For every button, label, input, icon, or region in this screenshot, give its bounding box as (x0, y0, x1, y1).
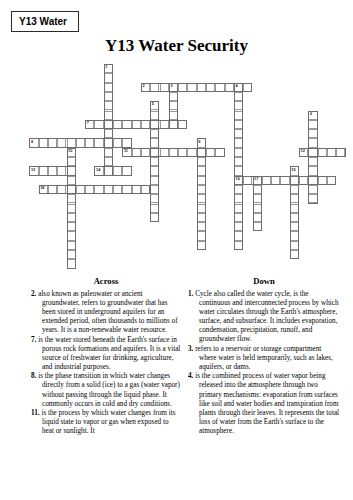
grid-cell[interactable] (104, 73, 113, 82)
cell-number: 15 (291, 168, 295, 172)
grid-cell[interactable] (225, 83, 234, 92)
grid-cell[interactable] (104, 111, 113, 120)
grid-cell[interactable] (150, 138, 159, 147)
grid-cell[interactable] (197, 83, 206, 92)
clue-number: 11. (31, 409, 40, 417)
clue-number: 2. (31, 290, 36, 298)
grid-cell[interactable]: 4 (234, 83, 243, 92)
grid-cell[interactable] (104, 83, 113, 92)
grid-cell[interactable] (308, 148, 317, 157)
grid-cell[interactable] (197, 241, 206, 250)
grid-cell[interactable] (290, 176, 299, 185)
grid-cell[interactable] (197, 166, 206, 175)
down-header: Down (188, 276, 340, 287)
grid-cell[interactable] (104, 157, 113, 166)
grid-cell[interactable] (197, 204, 206, 213)
grid-cell[interactable] (150, 166, 159, 175)
cell-number: 12 (301, 149, 305, 153)
grid-cell[interactable] (178, 120, 187, 129)
grid-cell[interactable] (290, 185, 299, 194)
grid-cell[interactable] (197, 222, 206, 231)
grid-cell[interactable] (234, 231, 243, 240)
grid-cell[interactable] (308, 185, 317, 194)
grid-cell[interactable] (150, 83, 159, 92)
grid-cell[interactable] (122, 185, 131, 194)
grid-cell[interactable] (85, 138, 94, 147)
grid-cell[interactable]: 9 (197, 138, 206, 147)
grid-cell[interactable] (67, 194, 76, 203)
grid-cell[interactable] (150, 204, 159, 213)
grid-cell[interactable] (169, 148, 178, 157)
grid-cell[interactable] (243, 176, 252, 185)
cell-number: 3 (170, 84, 172, 88)
cell-number: 4 (235, 84, 237, 88)
grid-cell[interactable] (234, 166, 243, 175)
grid-cell[interactable] (290, 241, 299, 250)
grid-cell[interactable] (197, 231, 206, 240)
grid-cell[interactable] (150, 213, 159, 222)
grid-cell[interactable]: 18 (39, 185, 48, 194)
grid-cell[interactable] (67, 185, 76, 194)
grid-cell[interactable] (122, 138, 131, 147)
grid-cell[interactable] (234, 111, 243, 120)
grid-cell[interactable] (67, 176, 76, 185)
grid-cell[interactable] (104, 92, 113, 101)
grid-cell[interactable] (141, 185, 150, 194)
grid-cell[interactable]: 3 (169, 83, 178, 92)
grid-cell[interactable] (308, 166, 317, 175)
grid-cell[interactable] (132, 185, 141, 194)
grid-cell[interactable] (132, 120, 141, 129)
grid-cell[interactable] (67, 241, 76, 250)
grid-cell[interactable] (67, 250, 76, 259)
grid-cell[interactable] (308, 176, 317, 185)
page-title: Y13 Water Security (0, 36, 353, 56)
grid-cell[interactable] (243, 83, 252, 92)
grid-cell[interactable]: 14 (94, 166, 103, 175)
grid-cell[interactable] (299, 176, 308, 185)
grid-cell[interactable] (39, 138, 48, 147)
across-clues-column: Across 2. also known as paleowater or an… (31, 276, 181, 437)
grid-cell[interactable] (48, 185, 57, 194)
worksheet-tab: Y13 Water (11, 11, 79, 32)
grid-cell[interactable] (169, 101, 178, 110)
grid-cell[interactable] (67, 157, 76, 166)
grid-cell[interactable] (104, 148, 113, 157)
clue-number: 4. (188, 372, 193, 380)
clue-number: 7. (31, 336, 36, 344)
grid-cell[interactable]: 7 (85, 120, 94, 129)
grid-cell[interactable] (327, 148, 336, 157)
grid-cell[interactable] (104, 185, 113, 194)
grid-cell[interactable] (253, 194, 262, 203)
cell-number: 5 (152, 102, 154, 106)
grid-cell[interactable] (39, 166, 48, 175)
cell-number: 10 (68, 149, 72, 153)
clue-item: 8. is the phase transition in which wate… (31, 372, 181, 408)
grid-cell[interactable] (76, 138, 85, 147)
grid-cell[interactable] (150, 194, 159, 203)
grid-cell[interactable] (234, 213, 243, 222)
grid-cell[interactable] (253, 222, 262, 231)
grid-cell[interactable] (318, 148, 327, 157)
cell-number: 9 (198, 140, 200, 144)
grid-cell[interactable] (150, 157, 159, 166)
grid-cell[interactable]: 17 (253, 176, 262, 185)
grid-cell[interactable] (197, 194, 206, 203)
grid-cell[interactable] (169, 120, 178, 129)
grid-cell[interactable] (215, 83, 224, 92)
grid-cell[interactable] (197, 213, 206, 222)
grid-cell[interactable] (104, 166, 113, 175)
grid-cell[interactable] (197, 185, 206, 194)
clue-item: 11. is the process by which water change… (31, 409, 181, 436)
grid-cell[interactable] (327, 176, 336, 185)
grid-cell[interactable] (67, 166, 76, 175)
grid-cell[interactable] (94, 138, 103, 147)
grid-cell[interactable] (234, 101, 243, 110)
grid-cell[interactable] (104, 101, 113, 110)
clue-item: 4. is the combined process of water vapo… (188, 372, 340, 435)
grid-cell[interactable] (234, 204, 243, 213)
across-header: Across (31, 276, 181, 287)
grid-cell[interactable] (290, 231, 299, 240)
grid-cell[interactable] (76, 185, 85, 194)
grid-cell[interactable] (290, 213, 299, 222)
grid-cell[interactable] (234, 194, 243, 203)
grid-cell[interactable] (94, 120, 103, 129)
cell-number: 6 (310, 112, 312, 116)
grid-cell[interactable] (215, 148, 224, 157)
grid-cell[interactable] (94, 185, 103, 194)
cell-number: 8 (31, 140, 33, 144)
grid-cell[interactable] (206, 83, 215, 92)
grid-cell[interactable] (262, 176, 271, 185)
grid-cell[interactable] (187, 148, 196, 157)
grid-cell[interactable] (178, 148, 187, 157)
grid-cell[interactable] (104, 138, 113, 147)
grid-cell[interactable]: 6 (308, 111, 317, 120)
grid-cell[interactable] (67, 231, 76, 240)
grid-cell[interactable] (234, 241, 243, 250)
grid-cell[interactable] (113, 166, 122, 175)
grid-cell[interactable] (234, 185, 243, 194)
grid-cell[interactable] (234, 138, 243, 147)
grid-cell[interactable] (234, 148, 243, 157)
grid-cell[interactable] (150, 120, 159, 129)
grid-cell[interactable] (290, 204, 299, 213)
clue-number: 1. (188, 290, 193, 298)
clue-number: 8. (31, 372, 36, 380)
grid-cell[interactable]: 12 (299, 148, 308, 157)
grid-cell[interactable] (150, 176, 159, 185)
grid-cell[interactable] (169, 92, 178, 101)
grid-cell[interactable] (67, 259, 76, 268)
grid-cell[interactable] (336, 148, 345, 157)
grid-cell[interactable] (253, 204, 262, 213)
grid-cell[interactable]: 2 (141, 83, 150, 92)
grid-cell[interactable] (234, 129, 243, 138)
grid-cell[interactable] (290, 222, 299, 231)
grid-cell[interactable] (169, 111, 178, 120)
clue-item: 2. also known as paleowater or ancient g… (31, 290, 181, 335)
grid-cell[interactable] (290, 194, 299, 203)
grid-cell[interactable] (197, 176, 206, 185)
grid-cell[interactable] (234, 157, 243, 166)
grid-cell[interactable] (150, 185, 159, 194)
grid-cell[interactable] (141, 120, 150, 129)
grid-cell[interactable] (48, 166, 57, 175)
cell-number: 17 (254, 177, 258, 181)
grid-cell[interactable]: 8 (29, 138, 38, 147)
grid-cell[interactable] (308, 120, 317, 129)
grid-cell[interactable] (113, 185, 122, 194)
grid-cell[interactable] (67, 204, 76, 213)
grid-cell[interactable] (160, 120, 169, 129)
grid-cell[interactable] (57, 166, 66, 175)
cell-number: 1 (105, 65, 107, 69)
grid-cell[interactable] (308, 194, 317, 203)
cell-number: 7 (87, 121, 89, 125)
grid-cell[interactable] (234, 92, 243, 101)
grid-cell[interactable] (253, 213, 262, 222)
grid-cell[interactable] (122, 120, 131, 129)
grid-cell[interactable]: 10 (67, 148, 76, 157)
grid-cell[interactable] (132, 148, 141, 157)
grid-cell[interactable]: 5 (150, 101, 159, 110)
grid-cell[interactable] (104, 120, 113, 129)
grid-cell[interactable] (150, 148, 159, 157)
grid-cell[interactable] (308, 157, 317, 166)
grid-cell[interactable] (234, 222, 243, 231)
grid-cell[interactable] (57, 185, 66, 194)
grid-cell[interactable] (67, 222, 76, 231)
grid-cell[interactable] (48, 138, 57, 147)
grid-cell[interactable] (160, 148, 169, 157)
clue-number: 3. (188, 345, 193, 353)
grid-cell[interactable] (308, 138, 317, 147)
down-clue-list: 1. Cycle also called the water cycle, is… (188, 290, 340, 436)
cell-number: 11 (124, 149, 128, 153)
grid-cell[interactable] (150, 111, 159, 120)
cell-number: 18 (40, 186, 44, 190)
grid-cell[interactable] (253, 185, 262, 194)
grid-cell[interactable] (271, 176, 280, 185)
grid-cell[interactable] (150, 129, 159, 138)
tab-label: Y13 Water (19, 16, 67, 27)
grid-cell[interactable] (234, 120, 243, 129)
cell-number: 16 (235, 177, 239, 181)
grid-cell[interactable] (113, 120, 122, 129)
grid-cell[interactable] (160, 83, 169, 92)
grid-cell[interactable] (113, 138, 122, 147)
grid-cell[interactable] (178, 83, 187, 92)
grid-cell[interactable]: 11 (122, 148, 131, 157)
grid-cell[interactable] (197, 148, 206, 157)
cell-number: 2 (142, 84, 144, 88)
grid-cell[interactable] (122, 166, 131, 175)
grid-cell[interactable] (318, 176, 327, 185)
grid-cell[interactable] (67, 138, 76, 147)
grid-cell[interactable] (57, 138, 66, 147)
cell-number: 14 (96, 168, 100, 172)
grid-cell[interactable] (187, 83, 196, 92)
clue-item: 7. is the water stored beneath the Earth… (31, 336, 181, 372)
grid-cell[interactable]: 1 (104, 64, 113, 73)
grid-cell[interactable]: 15 (290, 166, 299, 175)
grid-cell[interactable] (197, 157, 206, 166)
grid-cell[interactable] (141, 148, 150, 157)
down-clues-column: Down 1. Cycle also called the water cycl… (188, 276, 340, 436)
crossword-grid: 123456789101112131415161718 (20, 64, 346, 269)
across-clue-list: 2. also known as paleowater or ancient g… (31, 290, 181, 437)
grid-cell[interactable] (67, 213, 76, 222)
cell-number: 13 (31, 168, 35, 172)
grid-cell[interactable] (104, 129, 113, 138)
clue-item: 1. Cycle also called the water cycle, is… (188, 290, 340, 344)
grid-cell[interactable] (308, 129, 317, 138)
grid-cell[interactable] (280, 176, 289, 185)
grid-cell[interactable] (290, 250, 299, 259)
grid-cell[interactable] (85, 185, 94, 194)
grid-cell[interactable] (206, 148, 215, 157)
grid-cell[interactable]: 13 (29, 166, 38, 175)
grid-cell[interactable]: 16 (234, 176, 243, 185)
clue-item: 3. refers to a reservoir or storage comp… (188, 345, 340, 372)
